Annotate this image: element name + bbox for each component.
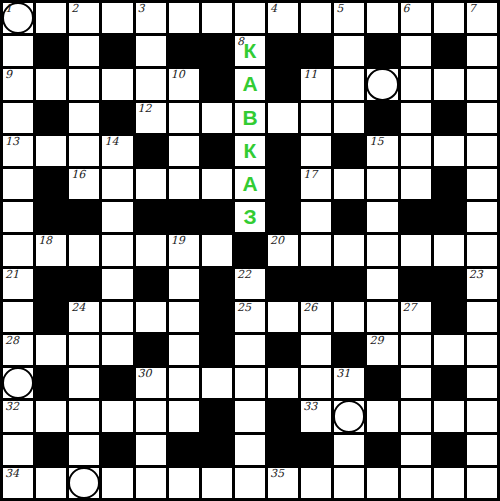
cell-r10c13[interactable] bbox=[434, 335, 464, 365]
cell-r3c9[interactable] bbox=[301, 103, 331, 133]
cell-r2c4[interactable] bbox=[136, 69, 166, 99]
clue-number-12: 12 bbox=[138, 103, 152, 116]
cell-r0c6[interactable] bbox=[202, 3, 232, 33]
block-r1c6 bbox=[202, 36, 232, 66]
block-r1c3 bbox=[102, 36, 132, 66]
block-r10c10 bbox=[334, 335, 364, 365]
block-r13c9 bbox=[301, 435, 331, 465]
cell-r0c3[interactable] bbox=[102, 3, 132, 33]
cell-r1c2[interactable] bbox=[69, 36, 99, 66]
block-r6c4 bbox=[136, 202, 166, 232]
cell-r7c2[interactable] bbox=[69, 235, 99, 265]
block-r5c8 bbox=[268, 169, 298, 199]
block-r8c2 bbox=[69, 269, 99, 299]
block-r8c4 bbox=[136, 269, 166, 299]
block-r8c8 bbox=[268, 269, 298, 299]
cell-r14c9[interactable] bbox=[301, 468, 331, 498]
block-r1c1 bbox=[36, 36, 66, 66]
cell-r1c14[interactable] bbox=[467, 36, 497, 66]
block-r4c6 bbox=[202, 136, 232, 166]
cell-r4c13[interactable] bbox=[434, 136, 464, 166]
cell-r14c5[interactable] bbox=[169, 468, 199, 498]
block-r10c8 bbox=[268, 335, 298, 365]
cell-r0c4[interactable]: 3 bbox=[136, 3, 166, 33]
cell-r5c12[interactable] bbox=[401, 169, 431, 199]
block-r3c1 bbox=[36, 103, 66, 133]
block-r6c10 bbox=[334, 202, 364, 232]
cell-r7c1[interactable]: 18 bbox=[36, 235, 66, 265]
cell-r12c14[interactable] bbox=[467, 401, 497, 431]
block-r13c5 bbox=[169, 435, 199, 465]
clue-number-33: 33 bbox=[303, 401, 317, 414]
cell-r10c2[interactable] bbox=[69, 335, 99, 365]
clue-number-7: 7 bbox=[469, 3, 476, 16]
clue-number-25: 25 bbox=[237, 302, 251, 315]
cell-r4c11[interactable]: 15 bbox=[367, 136, 397, 166]
cell-r4c9[interactable] bbox=[301, 136, 331, 166]
cell-r14c4[interactable] bbox=[136, 468, 166, 498]
cell-r7c4[interactable] bbox=[136, 235, 166, 265]
clue-number-4: 4 bbox=[270, 3, 277, 16]
cell-r0c2[interactable]: 2 bbox=[69, 3, 99, 33]
cell-r9c7[interactable]: 25 bbox=[235, 302, 265, 332]
block-r1c5 bbox=[169, 36, 199, 66]
block-r13c13 bbox=[434, 435, 464, 465]
block-r9c1 bbox=[36, 302, 66, 332]
block-r1c13 bbox=[434, 36, 464, 66]
cell-r10c1[interactable] bbox=[36, 335, 66, 365]
cell-r12c10[interactable] bbox=[334, 401, 364, 431]
cell-r9c2[interactable]: 24 bbox=[69, 302, 99, 332]
block-r13c6 bbox=[202, 435, 232, 465]
cell-r13c2[interactable] bbox=[69, 435, 99, 465]
cell-r3c4[interactable]: 12 bbox=[136, 103, 166, 133]
cell-r4c2[interactable] bbox=[69, 136, 99, 166]
cell-r11c8[interactable] bbox=[268, 368, 298, 398]
cell-r0c13[interactable] bbox=[434, 3, 464, 33]
cell-r9c11[interactable] bbox=[367, 302, 397, 332]
cell-r0c9[interactable] bbox=[301, 3, 331, 33]
cell-r12c1[interactable] bbox=[36, 401, 66, 431]
cell-r7c6[interactable] bbox=[202, 235, 232, 265]
clue-number-16: 16 bbox=[71, 169, 85, 182]
cell-r12c2[interactable] bbox=[69, 401, 99, 431]
cell-r12c5[interactable] bbox=[169, 401, 199, 431]
cell-r10c7[interactable] bbox=[235, 335, 265, 365]
clue-number-17: 17 bbox=[303, 169, 317, 182]
cell-r14c1[interactable] bbox=[36, 468, 66, 498]
block-r8c1 bbox=[36, 269, 66, 299]
clue-number-5: 5 bbox=[336, 3, 343, 16]
cell-r8c11[interactable] bbox=[367, 269, 397, 299]
block-r6c5 bbox=[169, 202, 199, 232]
block-r2c8 bbox=[268, 69, 298, 99]
clue-number-1: 1 bbox=[5, 3, 12, 16]
cell-r13c4[interactable] bbox=[136, 435, 166, 465]
cell-r10c0[interactable]: 28 bbox=[3, 335, 33, 365]
cell-r14c6[interactable] bbox=[202, 468, 232, 498]
clue-number-29: 29 bbox=[369, 335, 383, 348]
cell-r3c7[interactable]: В bbox=[235, 103, 265, 133]
cell-r7c9[interactable] bbox=[301, 235, 331, 265]
block-r9c13 bbox=[434, 302, 464, 332]
cell-r3c2[interactable] bbox=[69, 103, 99, 133]
block-r5c13 bbox=[434, 169, 464, 199]
cell-r2c1[interactable] bbox=[36, 69, 66, 99]
block-r4c4 bbox=[136, 136, 166, 166]
clue-number-23: 23 bbox=[469, 269, 483, 282]
block-r1c11 bbox=[367, 36, 397, 66]
cell-r1c4[interactable] bbox=[136, 36, 166, 66]
block-r10c4 bbox=[136, 335, 166, 365]
cell-r4c1[interactable] bbox=[36, 136, 66, 166]
block-r3c11 bbox=[367, 103, 397, 133]
cell-r11c7[interactable] bbox=[235, 368, 265, 398]
cell-r4c14[interactable] bbox=[467, 136, 497, 166]
block-r3c13 bbox=[434, 103, 464, 133]
clue-number-19: 19 bbox=[171, 235, 185, 248]
clue-number-26: 26 bbox=[303, 302, 317, 315]
block-r8c9 bbox=[301, 269, 331, 299]
cell-r14c0[interactable]: 34 bbox=[3, 468, 33, 498]
cell-r2c14[interactable] bbox=[467, 69, 497, 99]
cell-r6c14[interactable] bbox=[467, 202, 497, 232]
cell-r2c7[interactable]: А bbox=[235, 69, 265, 99]
cell-r13c14[interactable] bbox=[467, 435, 497, 465]
cell-r12c13[interactable] bbox=[434, 401, 464, 431]
cell-r3c12[interactable] bbox=[401, 103, 431, 133]
circle-marker bbox=[68, 467, 100, 499]
cell-r11c5[interactable] bbox=[169, 368, 199, 398]
block-r8c12 bbox=[401, 269, 431, 299]
cell-r14c2[interactable] bbox=[69, 468, 99, 498]
clue-number-3: 3 bbox=[138, 3, 145, 16]
cell-r7c5[interactable]: 19 bbox=[169, 235, 199, 265]
cell-r1c12[interactable] bbox=[401, 36, 431, 66]
cell-r10c12[interactable] bbox=[401, 335, 431, 365]
cell-r9c0[interactable] bbox=[3, 302, 33, 332]
block-r1c8 bbox=[268, 36, 298, 66]
cell-r0c11[interactable] bbox=[367, 3, 397, 33]
cell-r8c3[interactable] bbox=[102, 269, 132, 299]
cell-r2c10[interactable] bbox=[334, 69, 364, 99]
cell-r4c3[interactable]: 14 bbox=[102, 136, 132, 166]
block-r3c3 bbox=[102, 103, 132, 133]
cell-r8c0[interactable]: 21 bbox=[3, 269, 33, 299]
cell-r9c12[interactable]: 27 bbox=[401, 302, 431, 332]
clue-number-15: 15 bbox=[369, 136, 383, 149]
cell-r7c14[interactable] bbox=[467, 235, 497, 265]
cell-r13c10[interactable] bbox=[334, 435, 364, 465]
crossword-board: 12345678К910А1112В1314К1516А17З181920212… bbox=[0, 0, 500, 501]
block-r11c11 bbox=[367, 368, 397, 398]
cell-r5c9[interactable]: 17 bbox=[301, 169, 331, 199]
clue-number-24: 24 bbox=[71, 302, 85, 315]
clue-number-21: 21 bbox=[5, 269, 19, 282]
cell-r11c6[interactable] bbox=[202, 368, 232, 398]
cell-r0c5[interactable] bbox=[169, 3, 199, 33]
block-r13c3 bbox=[102, 435, 132, 465]
cell-r7c3[interactable] bbox=[102, 235, 132, 265]
clue-number-13: 13 bbox=[5, 136, 19, 149]
cell-r3c6[interactable] bbox=[202, 103, 232, 133]
cell-r0c8[interactable]: 4 bbox=[268, 3, 298, 33]
cell-r9c10[interactable] bbox=[334, 302, 364, 332]
cell-r7c10[interactable] bbox=[334, 235, 364, 265]
clue-number-9: 9 bbox=[5, 69, 12, 82]
cell-r3c5[interactable] bbox=[169, 103, 199, 133]
clue-number-6: 6 bbox=[403, 3, 410, 16]
cell-r9c5[interactable] bbox=[169, 302, 199, 332]
cell-r7c11[interactable] bbox=[367, 235, 397, 265]
block-r6c13 bbox=[434, 202, 464, 232]
cell-r5c6[interactable] bbox=[202, 169, 232, 199]
cell-r10c3[interactable] bbox=[102, 335, 132, 365]
block-r4c8 bbox=[268, 136, 298, 166]
cell-r0c7[interactable] bbox=[235, 3, 265, 33]
cell-r14c8[interactable]: 35 bbox=[268, 468, 298, 498]
block-r8c6 bbox=[202, 269, 232, 299]
block-r11c13 bbox=[434, 368, 464, 398]
cell-r7c13[interactable] bbox=[434, 235, 464, 265]
cell-r7c0[interactable] bbox=[3, 235, 33, 265]
cell-r11c14[interactable] bbox=[467, 368, 497, 398]
cell-r2c3[interactable] bbox=[102, 69, 132, 99]
block-r10c6 bbox=[202, 335, 232, 365]
clue-number-14: 14 bbox=[104, 136, 118, 149]
block-r6c12 bbox=[401, 202, 431, 232]
block-r2c6 bbox=[202, 69, 232, 99]
cell-r8c7[interactable]: 22 bbox=[235, 269, 265, 299]
block-r6c6 bbox=[202, 202, 232, 232]
cell-r1c0[interactable] bbox=[3, 36, 33, 66]
block-r6c8 bbox=[268, 202, 298, 232]
cell-r0c10[interactable]: 5 bbox=[334, 3, 364, 33]
cell-r2c2[interactable] bbox=[69, 69, 99, 99]
block-r7c7 bbox=[235, 235, 265, 265]
cell-r5c10[interactable] bbox=[334, 169, 364, 199]
block-r11c1 bbox=[36, 368, 66, 398]
highlight-letter-К: К bbox=[235, 136, 265, 166]
cell-r14c11[interactable] bbox=[367, 468, 397, 498]
block-r8c10 bbox=[334, 269, 364, 299]
cell-r3c0[interactable] bbox=[3, 103, 33, 133]
cell-r0c0[interactable]: 1 bbox=[3, 3, 33, 33]
cell-r5c2[interactable]: 16 bbox=[69, 169, 99, 199]
clue-number-10: 10 bbox=[171, 69, 185, 82]
cell-r4c5[interactable] bbox=[169, 136, 199, 166]
cell-r6c3[interactable] bbox=[102, 202, 132, 232]
cell-r5c5[interactable] bbox=[169, 169, 199, 199]
cell-r13c0[interactable] bbox=[3, 435, 33, 465]
cell-r0c14[interactable]: 7 bbox=[467, 3, 497, 33]
cell-r14c10[interactable] bbox=[334, 468, 364, 498]
cell-r12c4[interactable] bbox=[136, 401, 166, 431]
cell-r12c7[interactable] bbox=[235, 401, 265, 431]
block-r5c1 bbox=[36, 169, 66, 199]
clue-number-28: 28 bbox=[5, 335, 19, 348]
clue-number-30: 30 bbox=[138, 368, 152, 381]
cell-r5c3[interactable] bbox=[102, 169, 132, 199]
block-r12c8 bbox=[268, 401, 298, 431]
cell-r1c7[interactable]: 8К bbox=[235, 36, 265, 66]
clue-number-27: 27 bbox=[403, 302, 417, 315]
circle-marker bbox=[333, 400, 365, 432]
block-r11c3 bbox=[102, 368, 132, 398]
clue-number-18: 18 bbox=[38, 235, 52, 248]
highlight-letter-З: З bbox=[235, 202, 265, 232]
cell-r2c9[interactable]: 11 bbox=[301, 69, 331, 99]
clue-number-32: 32 bbox=[5, 401, 19, 414]
cell-r11c2[interactable] bbox=[69, 368, 99, 398]
cell-r2c0[interactable]: 9 bbox=[3, 69, 33, 99]
cell-r10c11[interactable]: 29 bbox=[367, 335, 397, 365]
cell-r12c11[interactable] bbox=[367, 401, 397, 431]
cell-r14c14[interactable] bbox=[467, 468, 497, 498]
cell-r2c11[interactable] bbox=[367, 69, 397, 99]
cell-r1c10[interactable] bbox=[334, 36, 364, 66]
cell-r14c7[interactable] bbox=[235, 468, 265, 498]
cell-r12c12[interactable] bbox=[401, 401, 431, 431]
cell-r6c0[interactable] bbox=[3, 202, 33, 232]
block-r13c11 bbox=[367, 435, 397, 465]
cell-r5c0[interactable] bbox=[3, 169, 33, 199]
cell-r2c12[interactable] bbox=[401, 69, 431, 99]
cell-r12c9[interactable]: 33 bbox=[301, 401, 331, 431]
cell-r13c12[interactable] bbox=[401, 435, 431, 465]
clue-number-2: 2 bbox=[71, 3, 78, 16]
cell-r3c10[interactable] bbox=[334, 103, 364, 133]
clue-number-34: 34 bbox=[5, 468, 19, 481]
cell-r10c14[interactable] bbox=[467, 335, 497, 365]
cell-r7c12[interactable] bbox=[401, 235, 431, 265]
cell-r12c3[interactable] bbox=[102, 401, 132, 431]
cell-r12c0[interactable]: 32 bbox=[3, 401, 33, 431]
cell-r9c8[interactable] bbox=[268, 302, 298, 332]
block-r9c6 bbox=[202, 302, 232, 332]
cell-r2c5[interactable]: 10 bbox=[169, 69, 199, 99]
cell-r8c5[interactable] bbox=[169, 269, 199, 299]
cell-r5c4[interactable] bbox=[136, 169, 166, 199]
cell-r6c7[interactable]: З bbox=[235, 202, 265, 232]
block-r4c10 bbox=[334, 136, 364, 166]
cell-r4c0[interactable]: 13 bbox=[3, 136, 33, 166]
clue-number-11: 11 bbox=[303, 69, 317, 82]
cell-r11c12[interactable] bbox=[401, 368, 431, 398]
clue-number-22: 22 bbox=[237, 269, 251, 282]
cell-r11c9[interactable] bbox=[301, 368, 331, 398]
clue-number-35: 35 bbox=[270, 468, 284, 481]
clue-number-20: 20 bbox=[270, 235, 284, 248]
cell-r5c11[interactable] bbox=[367, 169, 397, 199]
cell-r14c12[interactable] bbox=[401, 468, 431, 498]
cell-r9c4[interactable] bbox=[136, 302, 166, 332]
block-r6c1 bbox=[36, 202, 66, 232]
clue-number-8: 8 bbox=[237, 36, 244, 49]
cell-r11c4[interactable]: 30 bbox=[136, 368, 166, 398]
highlight-letter-А: А bbox=[235, 169, 265, 199]
circle-marker bbox=[2, 367, 34, 399]
cell-r10c9[interactable] bbox=[301, 335, 331, 365]
block-r13c1 bbox=[36, 435, 66, 465]
cell-r9c14[interactable] bbox=[467, 302, 497, 332]
cell-r11c0[interactable] bbox=[3, 368, 33, 398]
cell-r8c14[interactable]: 23 bbox=[467, 269, 497, 299]
cell-r3c14[interactable] bbox=[467, 103, 497, 133]
circle-marker bbox=[366, 68, 398, 100]
cell-r14c3[interactable] bbox=[102, 468, 132, 498]
cell-r9c9[interactable]: 26 bbox=[301, 302, 331, 332]
cell-r13c7[interactable] bbox=[235, 435, 265, 465]
cell-r2c13[interactable] bbox=[434, 69, 464, 99]
block-r8c13 bbox=[434, 269, 464, 299]
highlight-letter-В: В bbox=[235, 103, 265, 133]
cell-r0c12[interactable]: 6 bbox=[401, 3, 431, 33]
cell-r10c5[interactable] bbox=[169, 335, 199, 365]
cell-r14c13[interactable] bbox=[434, 468, 464, 498]
highlight-letter-А: А bbox=[235, 69, 265, 99]
cell-r9c3[interactable] bbox=[102, 302, 132, 332]
block-r1c9 bbox=[301, 36, 331, 66]
cell-r4c12[interactable] bbox=[401, 136, 431, 166]
cell-r4c7[interactable]: К bbox=[235, 136, 265, 166]
clue-number-31: 31 bbox=[336, 368, 350, 381]
cell-r5c14[interactable] bbox=[467, 169, 497, 199]
cell-r0c1[interactable] bbox=[36, 3, 66, 33]
block-r6c2 bbox=[69, 202, 99, 232]
cell-r3c8[interactable] bbox=[268, 103, 298, 133]
cell-r6c9[interactable] bbox=[301, 202, 331, 232]
cell-r11c10[interactable]: 31 bbox=[334, 368, 364, 398]
block-r13c8 bbox=[268, 435, 298, 465]
cell-r6c11[interactable] bbox=[367, 202, 397, 232]
cell-r5c7[interactable]: А bbox=[235, 169, 265, 199]
block-r12c6 bbox=[202, 401, 232, 431]
cell-r7c8[interactable]: 20 bbox=[268, 235, 298, 265]
